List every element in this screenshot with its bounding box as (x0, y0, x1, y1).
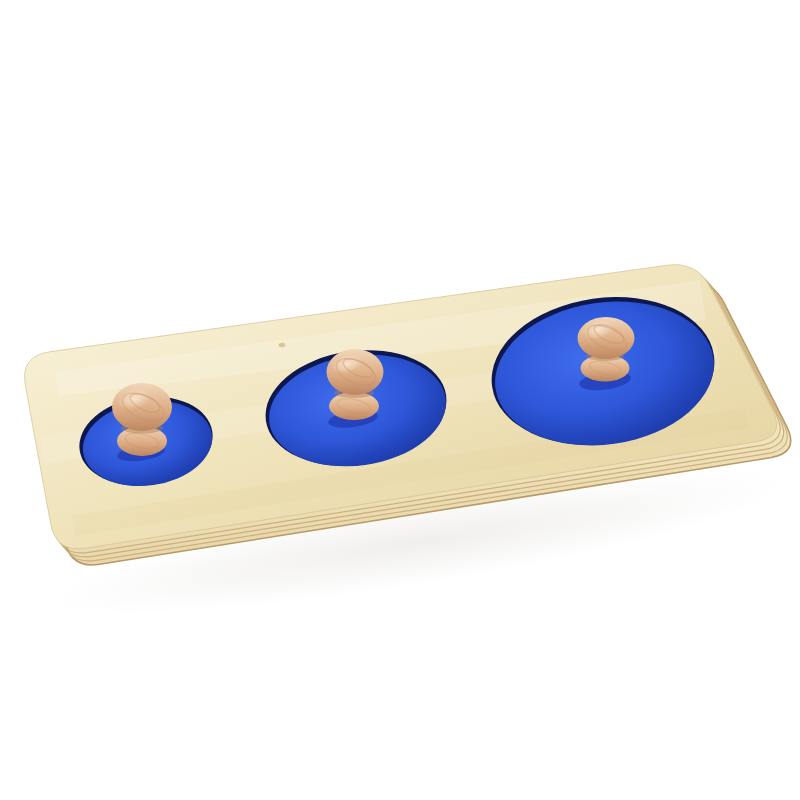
puzzle-photo (0, 0, 800, 800)
knob-medium[interactable] (327, 349, 384, 420)
knob-small[interactable] (112, 383, 172, 456)
product-photo (0, 0, 800, 800)
knob-large[interactable] (578, 317, 635, 382)
